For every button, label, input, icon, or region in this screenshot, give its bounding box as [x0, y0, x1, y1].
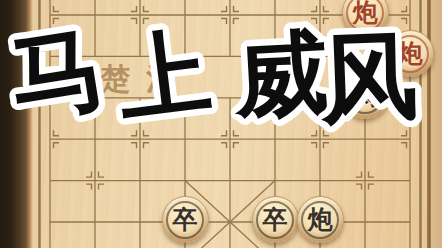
caption-char-shang: 上	[111, 16, 216, 135]
caption-char-ma: 马	[2, 11, 112, 134]
caption-overlay: 马 上 威 风	[0, 0, 442, 248]
caption-char-feng: 风	[318, 18, 420, 135]
caption-char-wei: 威	[229, 18, 331, 133]
xiangqi-game-screen: 楚 河 漢 界 炮炮馬卒卒炮 马 上 威 风	[0, 0, 442, 248]
